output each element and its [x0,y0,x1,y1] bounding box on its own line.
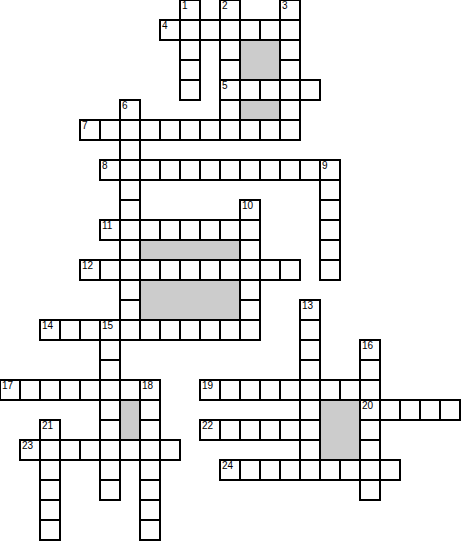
grid-cell[interactable] [439,399,461,421]
grid-cell[interactable] [239,159,261,181]
grid-cell[interactable] [79,259,101,281]
grid-cell[interactable] [239,459,261,481]
grid-cell[interactable] [219,219,241,241]
grid-cell[interactable] [19,379,41,401]
grid-cell[interactable] [179,259,201,281]
grid-cell[interactable] [239,199,261,221]
grid-cell[interactable] [139,259,161,281]
grid-cell[interactable] [319,259,341,281]
grid-cell[interactable] [139,439,161,461]
grid-cell[interactable] [179,39,201,61]
grid-cell[interactable] [0,379,21,401]
grid-cell[interactable] [219,259,241,281]
grid-cell[interactable] [259,419,281,441]
grid-cell[interactable] [279,159,301,181]
grid-cell[interactable] [239,319,261,341]
grid-cell[interactable] [359,379,381,401]
grid-cell[interactable] [119,139,141,161]
grid-cell[interactable] [259,459,281,481]
grid-cell[interactable] [159,159,181,181]
grid-cell[interactable] [139,159,161,181]
grid-cell[interactable] [319,239,341,261]
grid-cell[interactable] [119,159,141,181]
grid-cell[interactable] [259,19,281,41]
grid-cell[interactable] [239,239,261,261]
grid-cell[interactable] [359,479,381,501]
grid-cell[interactable] [139,119,161,141]
grid-cell[interactable] [179,119,201,141]
grid-cell[interactable] [239,299,261,321]
grid-cell[interactable] [99,399,121,421]
grid-cell[interactable] [219,0,241,21]
grid-cell[interactable] [219,19,241,41]
grid-cell[interactable] [219,39,241,61]
grid-cell[interactable] [199,19,221,41]
grid-cell[interactable] [119,119,141,141]
grid-cell[interactable] [279,119,301,141]
shaded-block [139,279,241,321]
grid-cell[interactable] [99,419,121,441]
grid-cell[interactable] [99,159,121,181]
grid-cell[interactable] [79,319,101,341]
grid-cell[interactable] [239,19,261,41]
grid-cell[interactable] [279,59,301,81]
grid-cell[interactable] [99,379,121,401]
grid-cell[interactable] [299,439,321,461]
grid-cell[interactable] [99,479,121,501]
grid-cell[interactable] [279,0,301,21]
grid-cell[interactable] [119,379,141,401]
grid-cell[interactable] [39,319,61,341]
grid-cell[interactable] [79,119,101,141]
grid-cell[interactable] [179,59,201,81]
grid-cell[interactable] [179,219,201,241]
grid-cell[interactable] [39,519,61,541]
grid-cell[interactable] [199,259,221,281]
grid-cell[interactable] [59,379,81,401]
grid-cell[interactable] [259,259,281,281]
grid-cell[interactable] [19,439,41,461]
grid-cell[interactable] [299,359,321,381]
grid-cell[interactable] [319,459,341,481]
grid-cell[interactable] [219,119,241,141]
grid-cell[interactable] [339,459,361,481]
grid-cell[interactable] [119,99,141,121]
grid-cell[interactable] [139,519,161,541]
grid-cell[interactable] [299,299,321,321]
grid-cell[interactable] [359,419,381,441]
grid-cell[interactable] [219,79,241,101]
shaded-block [319,399,361,461]
grid-cell[interactable] [359,399,381,421]
grid-cell[interactable] [199,419,221,441]
grid-cell[interactable] [119,299,141,321]
grid-cell[interactable] [119,219,141,241]
grid-cell[interactable] [359,439,381,461]
grid-cell[interactable] [279,459,301,481]
grid-cell[interactable] [139,459,161,481]
grid-cell[interactable] [239,119,261,141]
grid-cell[interactable] [139,499,161,521]
grid-cell[interactable] [279,19,301,41]
grid-cell[interactable] [159,439,181,461]
grid-cell[interactable] [279,99,301,121]
grid-cell[interactable] [119,199,141,221]
shaded-block [119,399,141,441]
grid-cell[interactable] [99,439,121,461]
grid-cell[interactable] [299,459,321,481]
grid-cell[interactable] [159,259,181,281]
grid-cell[interactable] [299,319,321,341]
grid-cell[interactable] [79,439,101,461]
grid-cell[interactable] [219,159,241,181]
grid-cell[interactable] [119,319,141,341]
grid-cell[interactable] [199,379,221,401]
grid-cell[interactable] [299,159,321,181]
grid-cell[interactable] [319,159,341,181]
grid-cell[interactable] [239,419,261,441]
grid-cell[interactable] [139,379,161,401]
grid-cell[interactable] [219,319,241,341]
grid-cell[interactable] [219,59,241,81]
grid-cell[interactable] [199,219,221,241]
grid-cell[interactable] [139,419,161,441]
grid-cell[interactable] [319,179,341,201]
grid-cell[interactable] [79,379,101,401]
grid-cell[interactable] [179,79,201,101]
grid-cell[interactable] [39,459,61,481]
grid-cell[interactable] [279,419,301,441]
grid-cell[interactable] [339,379,361,401]
grid-cell[interactable] [239,259,261,281]
grid-cell[interactable] [219,419,241,441]
grid-cell[interactable] [139,319,161,341]
shaded-block [239,39,281,81]
grid-cell[interactable] [179,19,201,41]
grid-cell[interactable] [139,399,161,421]
grid-cell[interactable] [219,459,241,481]
grid-cell[interactable] [119,239,141,261]
crossword-grid: 123456789101112131415161718192021222324 [0,0,461,541]
shaded-block [139,239,241,261]
grid-cell[interactable] [119,259,141,281]
grid-cell[interactable] [119,179,141,201]
grid-cell[interactable] [39,439,61,461]
grid-cell[interactable] [99,319,121,341]
grid-cell[interactable] [299,399,321,421]
grid-cell[interactable] [419,399,441,421]
grid-cell[interactable] [319,219,341,241]
grid-cell[interactable] [39,499,61,521]
grid-cell[interactable] [319,379,341,401]
grid-cell[interactable] [239,219,261,241]
grid-cell[interactable] [99,359,121,381]
grid-cell[interactable] [159,19,181,41]
grid-cell[interactable] [379,399,401,421]
grid-cell[interactable] [219,99,241,121]
grid-cell[interactable] [239,79,261,101]
grid-cell[interactable] [39,479,61,501]
grid-cell[interactable] [279,39,301,61]
grid-cell[interactable] [99,339,121,361]
grid-cell[interactable] [99,259,121,281]
grid-cell[interactable] [199,159,221,181]
grid-cell[interactable] [399,399,421,421]
grid-cell[interactable] [279,259,301,281]
grid-cell[interactable] [39,379,61,401]
grid-cell[interactable] [359,359,381,381]
grid-cell[interactable] [179,0,201,21]
grid-cell[interactable] [179,319,201,341]
grid-cell[interactable] [159,319,181,341]
grid-cell[interactable] [299,339,321,361]
grid-cell[interactable] [119,439,141,461]
grid-cell[interactable] [299,379,321,401]
grid-cell[interactable] [379,459,401,481]
grid-cell[interactable] [99,119,121,141]
grid-cell[interactable] [119,279,141,301]
grid-cell[interactable] [259,119,281,141]
grid-cell[interactable] [99,219,121,241]
grid-cell[interactable] [279,379,301,401]
grid-cell[interactable] [359,339,381,361]
grid-cell[interactable] [359,459,381,481]
grid-cell[interactable] [159,219,181,241]
grid-cell[interactable] [59,439,81,461]
grid-cell[interactable] [159,119,181,141]
grid-cell[interactable] [259,159,281,181]
shaded-block [239,99,281,121]
grid-cell[interactable] [239,379,261,401]
grid-cell[interactable] [139,479,161,501]
grid-cell[interactable] [299,79,321,101]
grid-cell[interactable] [139,219,161,241]
grid-cell[interactable] [199,119,221,141]
grid-cell[interactable] [59,319,81,341]
grid-cell[interactable] [319,199,341,221]
grid-cell[interactable] [199,319,221,341]
grid-cell[interactable] [259,79,281,101]
grid-cell[interactable] [279,79,301,101]
grid-cell[interactable] [299,419,321,441]
grid-cell[interactable] [219,379,241,401]
grid-cell[interactable] [179,159,201,181]
grid-cell[interactable] [39,419,61,441]
grid-cell[interactable] [239,279,261,301]
grid-cell[interactable] [99,459,121,481]
grid-cell[interactable] [259,379,281,401]
